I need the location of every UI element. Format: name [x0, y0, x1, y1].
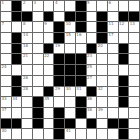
grid-cell[interactable] [33, 44, 43, 54]
grid-cell[interactable] [65, 1, 75, 11]
grid-cell[interactable] [129, 65, 139, 75]
grid-cell[interactable] [33, 87, 43, 97]
grid-cell[interactable]: 15 [65, 33, 75, 43]
grid-cell[interactable] [12, 22, 22, 32]
grid-cell[interactable]: 40 [1, 129, 11, 139]
grid-cell[interactable] [108, 129, 118, 139]
clue-number: 12 [119, 22, 124, 26]
clue-number: 34 [12, 97, 17, 101]
grid-cell[interactable] [44, 129, 54, 139]
clue-number: 17 [108, 33, 113, 37]
clue-number: 35 [44, 97, 49, 101]
grid-cell[interactable]: 4 [54, 1, 64, 11]
grid-cell[interactable] [119, 65, 129, 75]
grid-cell[interactable] [108, 44, 118, 54]
grid-cell[interactable] [129, 76, 139, 86]
blocked-cell [12, 44, 22, 54]
blocked-cell [65, 65, 75, 75]
grid-cell[interactable] [108, 87, 118, 97]
blocked-cell [54, 33, 64, 43]
grid-cell[interactable]: 17 [108, 33, 118, 43]
blocked-cell [33, 97, 43, 107]
grid-cell[interactable]: 20 [97, 44, 107, 54]
blocked-cell [76, 22, 86, 32]
grid-cell[interactable] [119, 1, 129, 11]
blocked-cell [12, 54, 22, 64]
grid-cell[interactable] [33, 54, 43, 64]
grid-cell[interactable] [65, 108, 75, 118]
grid-cell[interactable] [129, 108, 139, 118]
grid-cell[interactable]: 14 [22, 33, 32, 43]
grid-cell[interactable] [12, 129, 22, 139]
clue-number: 5 [87, 1, 90, 5]
grid-cell[interactable]: 30 [65, 87, 75, 97]
grid-cell[interactable] [129, 119, 139, 129]
clue-number: 31 [76, 87, 81, 91]
blocked-cell [76, 76, 86, 86]
grid-cell[interactable] [1, 12, 11, 22]
blocked-cell [76, 1, 86, 11]
grid-cell[interactable] [108, 108, 118, 118]
blocked-cell [12, 87, 22, 97]
blocked-cell [97, 22, 107, 32]
grid-cell[interactable] [44, 119, 54, 129]
blocked-cell [87, 87, 97, 97]
blocked-cell [119, 97, 129, 107]
blocked-cell [65, 119, 75, 129]
crossword-grid: 1234567891011121314151617181920212223242… [0, 0, 140, 140]
grid-cell[interactable]: 34 [12, 97, 22, 107]
grid-cell[interactable] [97, 1, 107, 11]
grid-cell[interactable] [97, 54, 107, 64]
grid-cell[interactable] [1, 54, 11, 64]
grid-cell[interactable] [97, 97, 107, 107]
grid-cell[interactable]: 36 [87, 97, 97, 107]
clue-number: 18 [23, 44, 28, 48]
grid-cell[interactable] [97, 119, 107, 129]
grid-cell[interactable]: 23 [87, 54, 97, 64]
grid-cell[interactable] [108, 54, 118, 64]
grid-cell[interactable]: 25 [87, 65, 97, 75]
blocked-cell [65, 76, 75, 86]
clue-number: 1 [2, 1, 5, 5]
blocked-cell [12, 33, 22, 43]
blocked-cell [76, 65, 86, 75]
blocked-cell [44, 12, 54, 22]
blocked-cell [1, 119, 11, 129]
grid-cell[interactable] [97, 65, 107, 75]
blocked-cell [44, 87, 54, 97]
grid-cell[interactable]: 29 [54, 87, 64, 97]
grid-cell[interactable]: 10 [65, 22, 75, 32]
clue-number: 9 [44, 22, 47, 26]
blocked-cell [12, 76, 22, 86]
clue-number: 10 [66, 22, 71, 26]
blocked-cell [119, 87, 129, 97]
grid-cell[interactable]: 6 [108, 1, 118, 11]
grid-cell[interactable]: 37 [1, 108, 11, 118]
blocked-cell [54, 129, 64, 139]
clue-number: 11 [108, 22, 113, 26]
grid-cell[interactable] [129, 97, 139, 107]
grid-cell[interactable] [108, 76, 118, 86]
grid-cell[interactable]: 16 [76, 33, 86, 43]
blocked-cell [119, 12, 129, 22]
clue-number: 6 [108, 1, 111, 5]
grid-cell[interactable] [87, 12, 97, 22]
grid-cell[interactable] [54, 97, 64, 107]
grid-cell[interactable] [12, 108, 22, 118]
grid-cell[interactable]: 41 [65, 129, 75, 139]
grid-cell[interactable]: 5 [87, 1, 97, 11]
grid-cell[interactable] [129, 129, 139, 139]
grid-cell[interactable]: 11 [108, 22, 118, 32]
blocked-cell [33, 119, 43, 129]
grid-cell[interactable] [129, 1, 139, 11]
grid-cell[interactable] [108, 65, 118, 75]
blocked-cell [54, 54, 64, 64]
clue-number: 32 [98, 87, 103, 91]
clue-number: 24 [2, 65, 7, 69]
grid-cell[interactable] [119, 33, 129, 43]
clue-number: 8 [23, 22, 26, 26]
clue-number: 7 [2, 22, 5, 26]
blocked-cell [54, 22, 64, 32]
grid-cell[interactable] [33, 22, 43, 32]
grid-cell[interactable]: 1 [1, 1, 11, 11]
blocked-cell [12, 1, 22, 11]
clue-number: 21 [23, 54, 28, 58]
clue-number: 25 [87, 65, 92, 69]
clue-number: 19 [55, 44, 60, 48]
grid-cell[interactable] [44, 65, 54, 75]
grid-cell[interactable] [44, 33, 54, 43]
grid-cell[interactable] [1, 87, 11, 97]
clue-number: 28 [23, 87, 28, 91]
blocked-cell [87, 119, 97, 129]
grid-cell[interactable] [87, 22, 97, 32]
blocked-cell [54, 65, 64, 75]
clue-number: 37 [2, 108, 7, 112]
blocked-cell [12, 119, 22, 129]
clue-number: 23 [87, 54, 92, 58]
blocked-cell [108, 119, 118, 129]
grid-cell[interactable] [22, 65, 32, 75]
grid-cell[interactable] [65, 97, 75, 107]
blocked-cell [54, 119, 64, 129]
blocked-cell [119, 54, 129, 64]
clue-number: 14 [23, 33, 28, 37]
grid-cell[interactable] [22, 129, 32, 139]
grid-cell[interactable]: 2 [22, 1, 32, 11]
grid-cell[interactable]: 35 [44, 97, 54, 107]
clue-number: 27 [87, 76, 92, 80]
blocked-cell [119, 129, 129, 139]
grid-cell[interactable]: 3 [33, 1, 43, 11]
grid-cell[interactable]: 28 [22, 87, 32, 97]
grid-cell[interactable] [33, 33, 43, 43]
grid-cell[interactable] [1, 76, 11, 86]
grid-cell[interactable]: 32 [97, 87, 107, 97]
clue-number: 22 [44, 54, 49, 58]
grid-cell[interactable] [22, 97, 32, 107]
grid-cell[interactable] [33, 65, 43, 75]
clue-number: 20 [98, 44, 103, 48]
blocked-cell [87, 44, 97, 54]
clue-number: 41 [66, 129, 71, 133]
clue-number: 39 [98, 108, 103, 112]
grid-cell[interactable]: 12 [119, 22, 129, 32]
grid-cell[interactable]: 22 [44, 54, 54, 64]
blocked-cell [76, 12, 86, 22]
clue-number: 29 [55, 87, 60, 91]
clue-number: 40 [2, 129, 7, 133]
clue-number: 16 [76, 33, 81, 37]
clue-number: 36 [87, 97, 92, 101]
blocked-cell [54, 76, 64, 86]
clue-number: 3 [34, 1, 37, 5]
blocked-cell [119, 76, 129, 86]
blocked-cell [76, 97, 86, 107]
grid-cell[interactable] [33, 76, 43, 86]
clue-number: 4 [55, 1, 58, 5]
grid-cell[interactable] [44, 108, 54, 118]
clue-number: 2 [23, 1, 26, 5]
blocked-cell [44, 44, 54, 54]
grid-cell[interactable] [87, 129, 97, 139]
grid-cell[interactable] [65, 44, 75, 54]
grid-cell[interactable]: 9 [44, 22, 54, 32]
grid-cell[interactable] [76, 129, 86, 139]
grid-cell[interactable]: 8 [22, 22, 32, 32]
grid-cell[interactable] [22, 119, 32, 129]
blocked-cell [129, 12, 139, 22]
grid-cell[interactable]: 7 [1, 22, 11, 32]
clue-number: 38 [87, 108, 92, 112]
blocked-cell [76, 108, 86, 118]
grid-cell[interactable] [87, 33, 97, 43]
grid-cell[interactable] [108, 12, 118, 22]
clue-number: 33 [2, 97, 7, 101]
grid-cell[interactable] [129, 54, 139, 64]
grid-cell[interactable] [119, 108, 129, 118]
clue-number: 26 [23, 76, 28, 80]
grid-cell[interactable] [108, 97, 118, 107]
grid-cell[interactable]: 13 [129, 22, 139, 32]
blocked-cell [54, 108, 64, 118]
grid-cell[interactable] [1, 33, 11, 43]
blocked-cell [97, 33, 107, 43]
grid-cell[interactable]: 18 [22, 44, 32, 54]
blocked-cell [65, 54, 75, 64]
clue-number: 30 [66, 87, 71, 91]
grid-cell[interactable] [33, 12, 43, 22]
grid-cell[interactable]: 26 [22, 76, 32, 86]
grid-cell[interactable] [97, 76, 107, 86]
grid-cell[interactable] [22, 108, 32, 118]
clue-number: 15 [66, 33, 71, 37]
grid-cell[interactable]: 31 [76, 87, 86, 97]
grid-cell[interactable]: 27 [87, 76, 97, 86]
blocked-cell [119, 119, 129, 129]
blocked-cell [22, 12, 32, 22]
grid-cell[interactable]: 24 [1, 65, 11, 75]
grid-cell[interactable] [76, 44, 86, 54]
grid-cell[interactable] [129, 44, 139, 54]
blocked-cell [97, 12, 107, 22]
grid-cell[interactable] [129, 87, 139, 97]
blocked-cell [33, 108, 43, 118]
blocked-cell [119, 44, 129, 54]
clue-number: 13 [130, 22, 135, 26]
grid-cell[interactable]: 39 [97, 108, 107, 118]
blocked-cell [76, 54, 86, 64]
grid-cell[interactable] [12, 65, 22, 75]
grid-cell[interactable]: 33 [1, 97, 11, 107]
grid-cell[interactable] [1, 44, 11, 54]
grid-cell[interactable] [44, 76, 54, 86]
grid-cell[interactable]: 19 [54, 44, 64, 54]
grid-cell[interactable] [129, 33, 139, 43]
grid-cell[interactable]: 21 [22, 54, 32, 64]
grid-cell[interactable]: 38 [87, 108, 97, 118]
grid-cell[interactable] [54, 12, 64, 22]
blocked-cell [12, 12, 22, 22]
grid-cell[interactable] [76, 119, 86, 129]
grid-cell[interactable] [33, 129, 43, 139]
blocked-cell [65, 12, 75, 22]
grid-cell[interactable] [44, 1, 54, 11]
grid-cell[interactable] [97, 129, 107, 139]
